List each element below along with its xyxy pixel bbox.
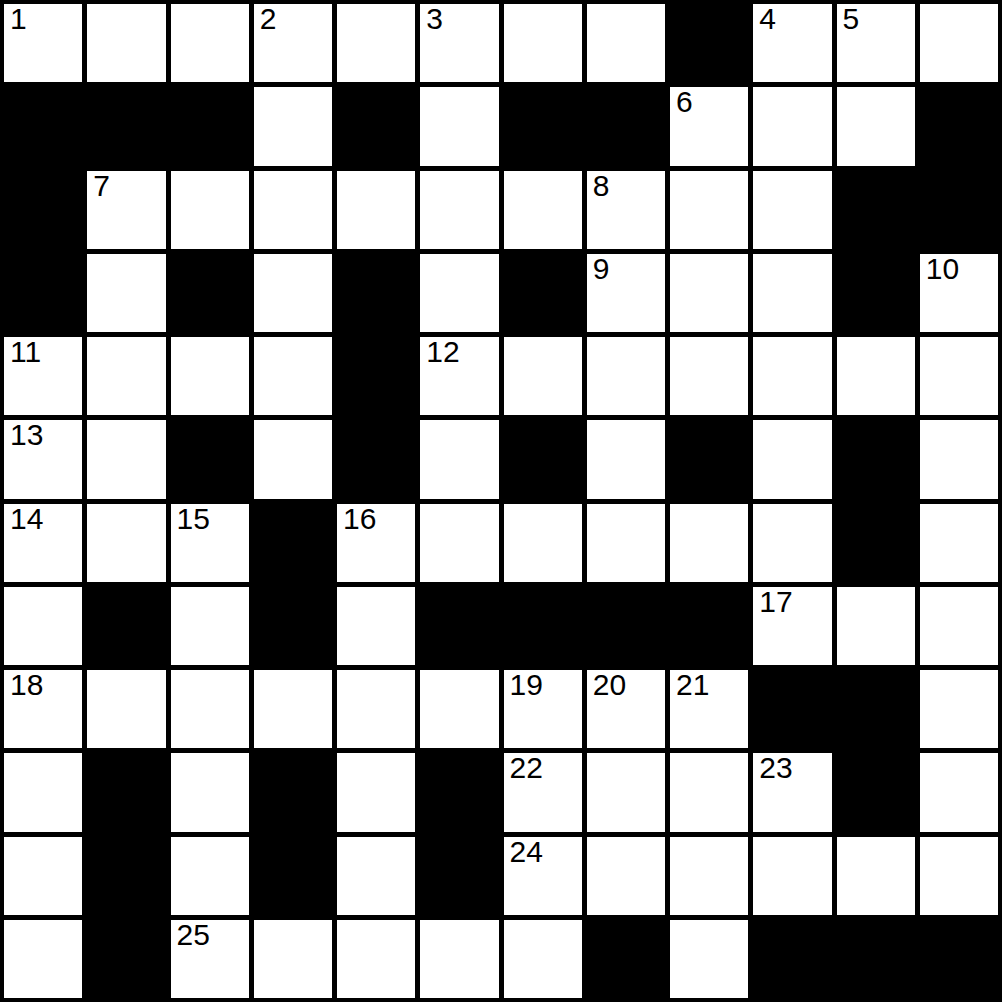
clue-number: 15 bbox=[177, 502, 210, 537]
white-cell[interactable] bbox=[920, 4, 998, 82]
white-cell[interactable] bbox=[4, 837, 82, 915]
white-cell[interactable] bbox=[171, 4, 249, 82]
white-cell[interactable] bbox=[254, 337, 332, 415]
white-cell[interactable]: 21 bbox=[670, 670, 748, 748]
white-cell[interactable] bbox=[920, 504, 998, 582]
white-cell[interactable] bbox=[587, 420, 665, 498]
white-cell[interactable] bbox=[420, 87, 498, 165]
white-cell[interactable] bbox=[920, 587, 998, 665]
clue-number: 20 bbox=[593, 668, 626, 703]
white-cell[interactable] bbox=[753, 337, 831, 415]
white-cell[interactable]: 6 bbox=[670, 87, 748, 165]
white-cell[interactable] bbox=[670, 753, 748, 831]
white-cell[interactable] bbox=[171, 587, 249, 665]
clue-number: 14 bbox=[10, 502, 43, 537]
white-cell[interactable] bbox=[254, 420, 332, 498]
white-cell[interactable] bbox=[587, 504, 665, 582]
clue-number: 6 bbox=[676, 85, 693, 120]
black-cell bbox=[420, 587, 498, 665]
white-cell[interactable]: 15 bbox=[171, 504, 249, 582]
black-cell bbox=[837, 670, 915, 748]
black-cell bbox=[587, 87, 665, 165]
clue-number: 7 bbox=[93, 169, 110, 204]
white-cell[interactable] bbox=[87, 254, 165, 332]
white-cell[interactable]: 16 bbox=[337, 504, 415, 582]
clue-number: 22 bbox=[510, 751, 543, 786]
black-cell bbox=[87, 87, 165, 165]
white-cell[interactable]: 23 bbox=[753, 753, 831, 831]
black-cell bbox=[920, 171, 998, 249]
black-cell bbox=[254, 504, 332, 582]
white-cell[interactable] bbox=[920, 337, 998, 415]
black-cell bbox=[670, 4, 748, 82]
clue-number: 8 bbox=[593, 169, 610, 204]
white-cell[interactable]: 18 bbox=[4, 670, 82, 748]
black-cell bbox=[337, 87, 415, 165]
white-cell[interactable] bbox=[87, 504, 165, 582]
crossword-grid: 1234567891011121314151617181920212223242… bbox=[0, 0, 1002, 1002]
white-cell[interactable]: 22 bbox=[504, 753, 582, 831]
white-cell[interactable] bbox=[420, 171, 498, 249]
white-cell[interactable] bbox=[753, 420, 831, 498]
clue-number: 5 bbox=[843, 2, 860, 37]
white-cell[interactable] bbox=[337, 587, 415, 665]
clue-number: 19 bbox=[510, 668, 543, 703]
white-cell[interactable] bbox=[504, 504, 582, 582]
black-cell bbox=[837, 420, 915, 498]
black-cell bbox=[920, 920, 998, 998]
black-cell bbox=[670, 420, 748, 498]
white-cell[interactable] bbox=[670, 254, 748, 332]
black-cell bbox=[670, 587, 748, 665]
white-cell[interactable]: 7 bbox=[87, 171, 165, 249]
black-cell bbox=[254, 753, 332, 831]
black-cell bbox=[337, 254, 415, 332]
white-cell[interactable]: 2 bbox=[254, 4, 332, 82]
white-cell[interactable] bbox=[504, 920, 582, 998]
clue-number: 17 bbox=[759, 585, 792, 620]
black-cell bbox=[254, 837, 332, 915]
black-cell bbox=[753, 670, 831, 748]
white-cell[interactable]: 5 bbox=[837, 4, 915, 82]
white-cell[interactable] bbox=[87, 4, 165, 82]
black-cell bbox=[4, 87, 82, 165]
clue-number: 24 bbox=[510, 835, 543, 870]
black-cell bbox=[504, 87, 582, 165]
black-cell bbox=[4, 254, 82, 332]
white-cell[interactable] bbox=[504, 171, 582, 249]
white-cell[interactable] bbox=[254, 670, 332, 748]
clue-number: 4 bbox=[759, 2, 776, 37]
white-cell[interactable]: 9 bbox=[587, 254, 665, 332]
clue-number: 23 bbox=[759, 751, 792, 786]
white-cell[interactable] bbox=[920, 837, 998, 915]
white-cell[interactable] bbox=[670, 837, 748, 915]
white-cell[interactable]: 11 bbox=[4, 337, 82, 415]
black-cell bbox=[337, 337, 415, 415]
white-cell[interactable] bbox=[587, 337, 665, 415]
black-cell bbox=[587, 920, 665, 998]
black-cell bbox=[837, 254, 915, 332]
black-cell bbox=[337, 420, 415, 498]
white-cell[interactable] bbox=[420, 420, 498, 498]
white-cell[interactable] bbox=[254, 87, 332, 165]
white-cell[interactable]: 14 bbox=[4, 504, 82, 582]
white-cell[interactable] bbox=[753, 504, 831, 582]
white-cell[interactable] bbox=[171, 171, 249, 249]
white-cell[interactable] bbox=[254, 920, 332, 998]
white-cell[interactable]: 3 bbox=[420, 4, 498, 82]
black-cell bbox=[837, 753, 915, 831]
white-cell[interactable] bbox=[920, 670, 998, 748]
clue-number: 1 bbox=[10, 2, 27, 37]
black-cell bbox=[171, 254, 249, 332]
white-cell[interactable] bbox=[670, 920, 748, 998]
white-cell[interactable] bbox=[920, 753, 998, 831]
white-cell[interactable] bbox=[504, 337, 582, 415]
white-cell[interactable] bbox=[420, 670, 498, 748]
white-cell[interactable] bbox=[420, 920, 498, 998]
clue-number: 13 bbox=[10, 418, 43, 453]
white-cell[interactable] bbox=[254, 171, 332, 249]
black-cell bbox=[4, 171, 82, 249]
white-cell[interactable]: 8 bbox=[587, 171, 665, 249]
white-cell[interactable]: 13 bbox=[4, 420, 82, 498]
white-cell[interactable] bbox=[837, 837, 915, 915]
white-cell[interactable] bbox=[753, 837, 831, 915]
clue-number: 2 bbox=[260, 2, 277, 37]
clue-number: 11 bbox=[10, 335, 41, 370]
white-cell[interactable] bbox=[4, 753, 82, 831]
white-cell[interactable]: 4 bbox=[753, 4, 831, 82]
clue-number: 18 bbox=[10, 668, 43, 703]
white-cell[interactable] bbox=[337, 920, 415, 998]
black-cell bbox=[587, 587, 665, 665]
white-cell[interactable] bbox=[420, 254, 498, 332]
white-cell[interactable] bbox=[920, 420, 998, 498]
clue-number: 25 bbox=[177, 918, 210, 953]
white-cell[interactable] bbox=[87, 670, 165, 748]
white-cell[interactable] bbox=[171, 337, 249, 415]
white-cell[interactable] bbox=[337, 4, 415, 82]
clue-number: 10 bbox=[926, 252, 959, 287]
black-cell bbox=[254, 587, 332, 665]
white-cell[interactable]: 20 bbox=[587, 670, 665, 748]
clue-number: 3 bbox=[426, 2, 443, 37]
white-cell[interactable]: 10 bbox=[920, 254, 998, 332]
white-cell[interactable] bbox=[837, 87, 915, 165]
white-cell[interactable] bbox=[587, 837, 665, 915]
white-cell[interactable] bbox=[171, 670, 249, 748]
white-cell[interactable] bbox=[587, 753, 665, 831]
clue-number: 21 bbox=[676, 668, 709, 703]
white-cell[interactable] bbox=[670, 504, 748, 582]
black-cell bbox=[87, 920, 165, 998]
black-cell bbox=[87, 587, 165, 665]
white-cell[interactable] bbox=[753, 87, 831, 165]
white-cell[interactable] bbox=[171, 753, 249, 831]
white-cell[interactable] bbox=[670, 337, 748, 415]
clue-number: 9 bbox=[593, 252, 610, 287]
white-cell[interactable] bbox=[337, 837, 415, 915]
white-cell[interactable] bbox=[87, 337, 165, 415]
white-cell[interactable] bbox=[837, 337, 915, 415]
white-cell[interactable]: 19 bbox=[504, 670, 582, 748]
white-cell[interactable] bbox=[753, 171, 831, 249]
black-cell bbox=[87, 837, 165, 915]
white-cell[interactable] bbox=[420, 504, 498, 582]
white-cell[interactable]: 24 bbox=[504, 837, 582, 915]
white-cell[interactable] bbox=[587, 4, 665, 82]
black-cell bbox=[504, 587, 582, 665]
white-cell[interactable]: 25 bbox=[171, 920, 249, 998]
white-cell[interactable] bbox=[337, 753, 415, 831]
black-cell bbox=[87, 753, 165, 831]
white-cell[interactable]: 12 bbox=[420, 337, 498, 415]
white-cell[interactable]: 1 bbox=[4, 4, 82, 82]
black-cell bbox=[837, 504, 915, 582]
black-cell bbox=[837, 920, 915, 998]
black-cell bbox=[420, 753, 498, 831]
black-cell bbox=[504, 420, 582, 498]
white-cell[interactable]: 17 bbox=[753, 587, 831, 665]
white-cell[interactable] bbox=[337, 670, 415, 748]
clue-number: 16 bbox=[343, 502, 376, 537]
white-cell[interactable] bbox=[254, 254, 332, 332]
white-cell[interactable] bbox=[4, 587, 82, 665]
black-cell bbox=[171, 87, 249, 165]
white-cell[interactable] bbox=[837, 587, 915, 665]
white-cell[interactable] bbox=[504, 4, 582, 82]
black-cell bbox=[920, 87, 998, 165]
white-cell[interactable] bbox=[337, 171, 415, 249]
black-cell bbox=[171, 420, 249, 498]
white-cell[interactable] bbox=[171, 837, 249, 915]
white-cell[interactable] bbox=[753, 254, 831, 332]
black-cell bbox=[504, 254, 582, 332]
black-cell bbox=[837, 171, 915, 249]
black-cell bbox=[753, 920, 831, 998]
white-cell[interactable] bbox=[670, 171, 748, 249]
white-cell[interactable] bbox=[87, 420, 165, 498]
clue-number: 12 bbox=[426, 335, 459, 370]
black-cell bbox=[420, 837, 498, 915]
white-cell[interactable] bbox=[4, 920, 82, 998]
